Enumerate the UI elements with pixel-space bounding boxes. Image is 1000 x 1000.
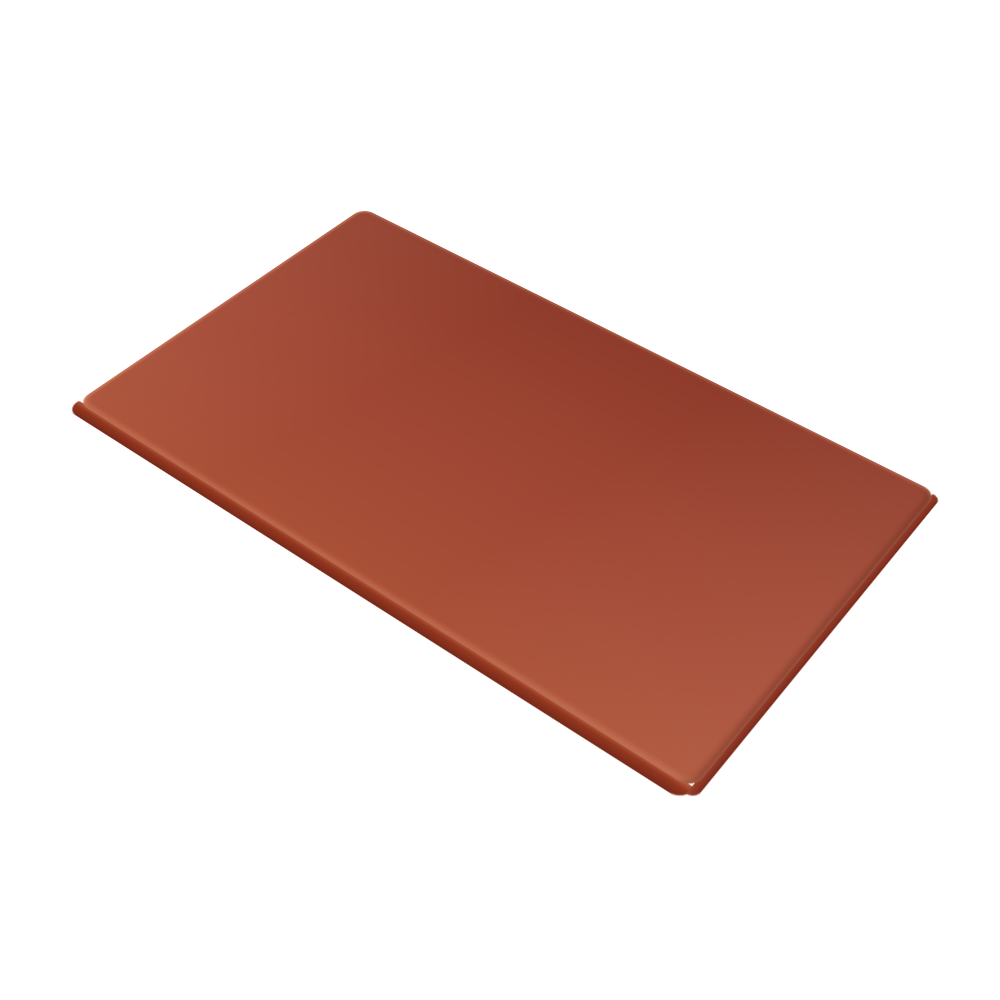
mold-top-surface [77, 208, 937, 790]
photo-white-background [0, 0, 1000, 1000]
silicone-donut-mold [77, 208, 937, 790]
